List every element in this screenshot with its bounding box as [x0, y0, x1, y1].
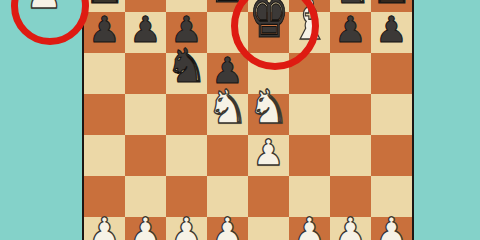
- black-pawn-icon: ♟: [211, 53, 243, 89]
- white-pawn-icon: ♟: [293, 213, 325, 240]
- square-h7[interactable]: ♟: [371, 12, 412, 53]
- white-pawn-icon: ♟: [88, 213, 120, 240]
- square-g2[interactable]: ♟: [330, 217, 371, 240]
- square-d3[interactable]: [207, 176, 248, 217]
- square-c6[interactable]: ♞: [166, 53, 207, 94]
- white-pawn-icon: ♟: [211, 213, 243, 240]
- square-b6[interactable]: [125, 53, 166, 94]
- square-d2[interactable]: ♟: [207, 217, 248, 240]
- white-pawn-icon: ♟: [129, 213, 161, 240]
- black-pawn-icon: ♟: [88, 12, 120, 48]
- chess-board-frame: ♜♛♞♜♟♟♟♚♝♟♟♞♟♞♞♟♟♟♟♟♟♟♟: [82, 0, 414, 240]
- black-pawn-icon: ♟: [334, 12, 366, 48]
- square-h2[interactable]: ♟: [371, 217, 412, 240]
- square-f2[interactable]: ♟: [289, 217, 330, 240]
- square-a3[interactable]: [84, 176, 125, 217]
- square-e4[interactable]: ♟: [248, 135, 289, 176]
- square-g7[interactable]: ♟: [330, 12, 371, 53]
- square-f8[interactable]: [289, 0, 330, 12]
- square-c2[interactable]: ♟: [166, 217, 207, 240]
- square-f6[interactable]: [289, 53, 330, 94]
- square-e2[interactable]: [248, 217, 289, 240]
- square-b7[interactable]: ♟: [125, 12, 166, 53]
- square-f7[interactable]: ♝: [289, 12, 330, 53]
- square-g3[interactable]: [330, 176, 371, 217]
- square-c7[interactable]: ♟: [166, 12, 207, 53]
- square-e5[interactable]: ♞: [248, 94, 289, 135]
- white-pawn-icon: ♟: [375, 213, 407, 240]
- square-c3[interactable]: [166, 176, 207, 217]
- white-pawn-icon: ♟: [334, 213, 366, 240]
- square-f3[interactable]: [289, 176, 330, 217]
- square-h3[interactable]: [371, 176, 412, 217]
- square-a4[interactable]: [84, 135, 125, 176]
- square-a8[interactable]: ♜: [84, 0, 125, 12]
- white-pawn-icon: ♟: [252, 135, 284, 171]
- square-c5[interactable]: [166, 94, 207, 135]
- square-d4[interactable]: [207, 135, 248, 176]
- chess-board: ♜♛♞♜♟♟♟♚♝♟♟♞♟♞♞♟♟♟♟♟♟♟♟: [84, 0, 412, 240]
- square-c8[interactable]: [166, 0, 207, 12]
- square-d5[interactable]: ♞: [207, 94, 248, 135]
- square-e8[interactable]: [248, 0, 289, 12]
- square-d6[interactable]: ♟: [207, 53, 248, 94]
- black-knight-icon: ♞: [329, 0, 371, 10]
- black-rook-icon: ♜: [84, 0, 125, 10]
- square-d7[interactable]: [207, 12, 248, 53]
- white-pawn-icon: ♟: [170, 213, 202, 240]
- square-h4[interactable]: [371, 135, 412, 176]
- square-b3[interactable]: [125, 176, 166, 217]
- square-a5[interactable]: [84, 94, 125, 135]
- square-b2[interactable]: ♟: [125, 217, 166, 240]
- square-d8[interactable]: ♛: [207, 0, 248, 12]
- square-c4[interactable]: [166, 135, 207, 176]
- black-queen-icon: ♛: [204, 0, 251, 10]
- captured-white-piece-icon: ♟: [20, 0, 68, 15]
- square-a7[interactable]: ♟: [84, 12, 125, 53]
- square-f4[interactable]: [289, 135, 330, 176]
- black-pawn-icon: ♟: [375, 12, 407, 48]
- black-pawn-icon: ♟: [170, 12, 202, 48]
- square-b5[interactable]: [125, 94, 166, 135]
- square-g4[interactable]: [330, 135, 371, 176]
- square-g8[interactable]: ♞: [330, 0, 371, 12]
- square-e6[interactable]: [248, 53, 289, 94]
- square-g6[interactable]: [330, 53, 371, 94]
- square-h5[interactable]: [371, 94, 412, 135]
- black-rook-icon: ♜: [371, 0, 412, 10]
- square-g5[interactable]: [330, 94, 371, 135]
- square-e3[interactable]: [248, 176, 289, 217]
- square-b4[interactable]: [125, 135, 166, 176]
- black-pawn-icon: ♟: [129, 12, 161, 48]
- square-h6[interactable]: [371, 53, 412, 94]
- square-h8[interactable]: ♜: [371, 0, 412, 12]
- square-e7[interactable]: ♚: [248, 12, 289, 53]
- square-f5[interactable]: [289, 94, 330, 135]
- square-b8[interactable]: [125, 0, 166, 12]
- square-a2[interactable]: ♟: [84, 217, 125, 240]
- screenshot-root: { "game": "chess", "scene_description": …: [0, 0, 480, 240]
- square-a6[interactable]: [84, 53, 125, 94]
